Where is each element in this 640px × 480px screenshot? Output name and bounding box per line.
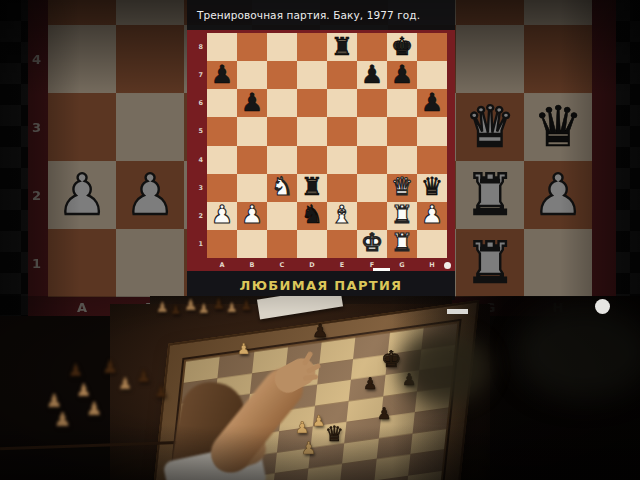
square-e4 [327, 146, 357, 174]
rank-label-5: 5 [187, 117, 205, 145]
square-d8 [297, 33, 327, 61]
square-h4 [417, 146, 447, 174]
square-a5 [207, 117, 237, 145]
square-a1 [207, 230, 237, 258]
left-shadow-overlay [0, 0, 80, 322]
square-f7: ♟ [357, 61, 387, 89]
title-bar: Тренировочная партия. Баку, 1977 год. [187, 0, 455, 30]
rank-label-4: 4 [187, 146, 205, 174]
piece-black-pawn: ♟ [391, 62, 413, 87]
video-title: Тренировочная партия. Баку, 1977 год. [197, 9, 420, 21]
piece-black-knight: ♞ [301, 202, 323, 227]
white-to-move-dot [444, 262, 451, 269]
square-c7 [267, 61, 297, 89]
piece-black-rook: ♜ [301, 174, 323, 199]
photo-footage: ♟♟♞♚♟♟♟♟♟♛♟♟♟♟♟♟♟♟♟♟♟♟♟♟♟♟♟ [0, 296, 640, 480]
piece-black-pawn: ♟ [211, 62, 233, 87]
square-a2: ♟ [207, 202, 237, 230]
square-a7: ♟ [207, 61, 237, 89]
square-b2: ♟ [116, 161, 184, 229]
square-e5 [327, 117, 357, 145]
piece-white-rook: ♜ [391, 230, 413, 255]
square-a3 [207, 174, 237, 202]
square-f2 [357, 202, 387, 230]
square-g1: ♜ [456, 229, 524, 297]
square-b1 [237, 230, 267, 258]
rank-label-6: 6 [187, 89, 205, 117]
square-b7 [237, 61, 267, 89]
square-b3 [116, 93, 184, 161]
file-label-C: C [267, 258, 297, 272]
file-label-E: E [327, 258, 357, 272]
piece-black-pawn: ♟ [421, 90, 443, 115]
rank-label-7: 7 [187, 61, 205, 89]
square-h5 [417, 117, 447, 145]
square-c4 [267, 146, 297, 174]
piece-black-pawn: ♟ [361, 62, 383, 87]
file-label-G: G [387, 258, 417, 272]
piece-black-queen: ♛ [421, 174, 443, 199]
background-white-to-move-dot [595, 299, 610, 314]
chess-board-grid: ♜♚♟♟♟♟♟♞♜♛♛♟♟♞♝♜♟♚♜ [207, 33, 447, 258]
square-e8: ♜ [327, 33, 357, 61]
piece-white-pawn: ♟ [421, 202, 443, 227]
file-label-H: H [417, 258, 447, 272]
square-d1 [297, 230, 327, 258]
rank-label-2: 2 [187, 202, 205, 230]
square-a8 [207, 33, 237, 61]
square-c6 [267, 89, 297, 117]
square-g4 [387, 146, 417, 174]
square-f1: ♚ [357, 230, 387, 258]
square-d4 [297, 146, 327, 174]
square-a4 [207, 146, 237, 174]
background-file-cursor-mark [447, 309, 468, 314]
rank-label-3: 3 [187, 174, 205, 202]
piece-white-rook: ♜ [465, 235, 515, 291]
square-e6 [327, 89, 357, 117]
square-e7 [327, 61, 357, 89]
square-h1 [417, 230, 447, 258]
rank-label-1: 1 [187, 230, 205, 258]
piece-black-rook: ♜ [331, 34, 353, 59]
piece-black-king: ♚ [391, 34, 413, 59]
square-d7 [297, 61, 327, 89]
rank-label-8: 8 [187, 33, 205, 61]
video-frame: 87654321 ♜♚♟♟♟♟♟♞♜♛♛♟♟♞♝♜♟♚♜ ABCDEFGH Тр… [0, 0, 640, 480]
square-c5 [267, 117, 297, 145]
piece-white-queen: ♛ [465, 99, 515, 155]
square-d3: ♜ [297, 174, 327, 202]
piece-white-rook: ♜ [391, 202, 413, 227]
square-d2: ♞ [297, 202, 327, 230]
square-e2: ♝ [327, 202, 357, 230]
square-f6 [357, 89, 387, 117]
square-g5 [387, 117, 417, 145]
square-c1 [267, 230, 297, 258]
square-f4 [357, 146, 387, 174]
square-e1 [327, 230, 357, 258]
chess-diagram: 87654321 ♜♚♟♟♟♟♟♞♜♛♛♟♟♞♝♜♟♚♜ ABCDEFGH [187, 30, 455, 272]
caption-text: ЛЮБИМАЯ ПАРТИЯ [240, 278, 403, 293]
square-g6 [387, 89, 417, 117]
square-c2 [267, 202, 297, 230]
square-d6 [297, 89, 327, 117]
square-e3 [327, 174, 357, 202]
piece-white-pawn: ♟ [125, 167, 175, 223]
square-g7: ♟ [387, 61, 417, 89]
piece-white-pawn: ♟ [211, 202, 233, 227]
piece-white-bishop: ♝ [331, 202, 353, 227]
square-c8 [267, 33, 297, 61]
square-b8 [237, 33, 267, 61]
square-g2: ♜ [387, 202, 417, 230]
square-h6: ♟ [417, 89, 447, 117]
square-h7 [417, 61, 447, 89]
square-c3: ♞ [267, 174, 297, 202]
file-label-D: D [297, 258, 327, 272]
file-labels: ABCDEFGH [207, 258, 447, 272]
square-a6 [207, 89, 237, 117]
square-g2: ♜ [456, 161, 524, 229]
square-h3: ♛ [417, 174, 447, 202]
square-d5 [297, 117, 327, 145]
square-b1 [116, 229, 184, 297]
square-g1: ♜ [387, 230, 417, 258]
square-f8 [357, 33, 387, 61]
piece-white-queen: ♛ [391, 174, 413, 199]
file-label-B: B [237, 258, 267, 272]
square-b6: ♟ [237, 89, 267, 117]
square-b2: ♟ [237, 202, 267, 230]
square-g8: ♚ [387, 33, 417, 61]
square-b4 [237, 146, 267, 174]
square-b5 [237, 117, 267, 145]
photo-vignette [0, 296, 640, 480]
square-h8 [417, 33, 447, 61]
piece-white-pawn: ♟ [241, 202, 263, 227]
square-g3: ♛ [387, 174, 417, 202]
right-shadow-overlay [560, 0, 640, 322]
square-f3 [357, 174, 387, 202]
square-g3: ♛ [456, 93, 524, 161]
file-label-A: A [207, 258, 237, 272]
square-h2: ♟ [417, 202, 447, 230]
piece-white-king: ♚ [361, 230, 383, 255]
square-f5 [357, 117, 387, 145]
piece-white-rook: ♜ [465, 167, 515, 223]
piece-black-pawn: ♟ [241, 90, 263, 115]
square-b3 [237, 174, 267, 202]
piece-white-knight: ♞ [271, 174, 293, 199]
